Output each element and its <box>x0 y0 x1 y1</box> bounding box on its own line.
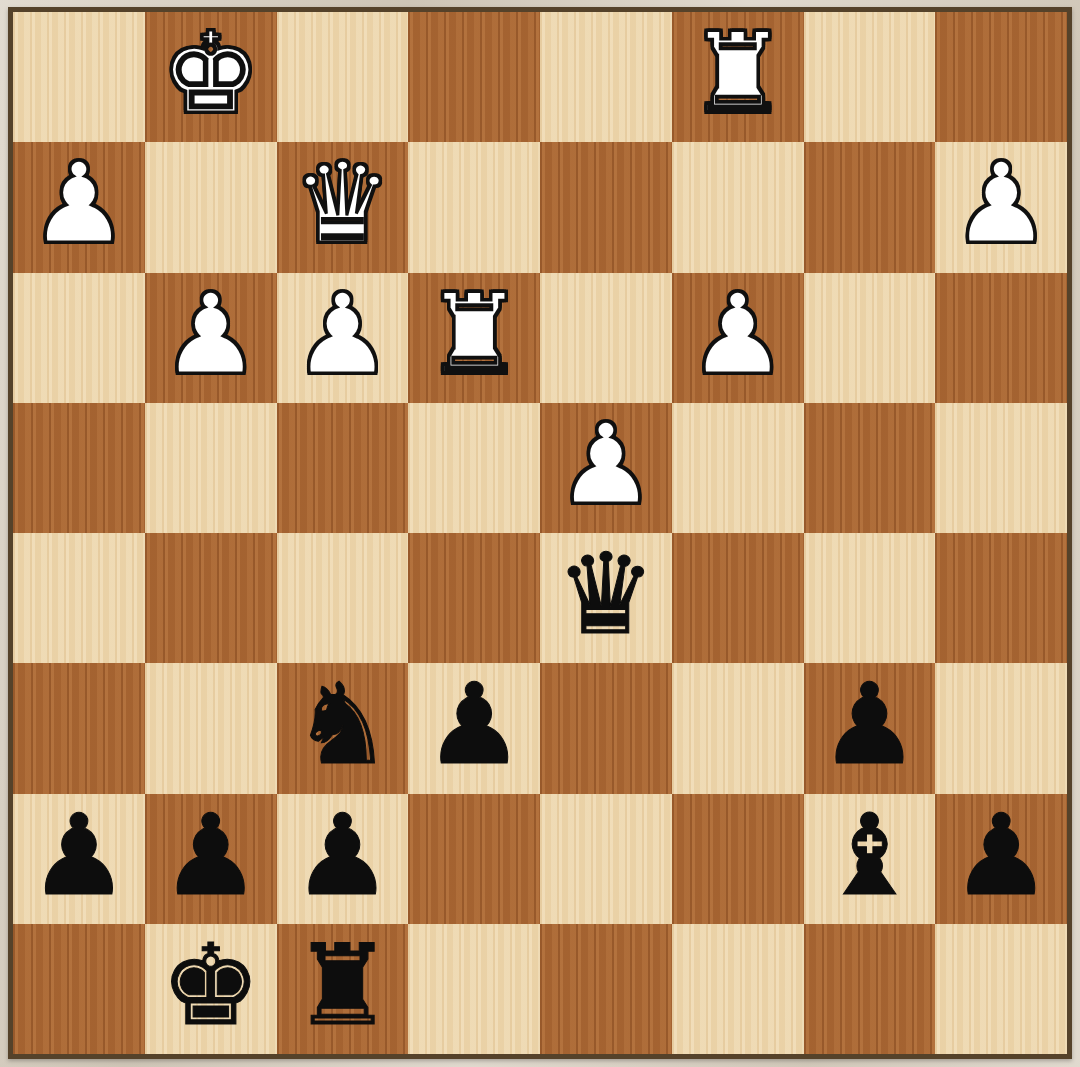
square-e4[interactable]: ♛ <box>540 533 672 663</box>
square-g5[interactable] <box>804 403 936 533</box>
chess-board: ♚♜♟♛♟♟♟♜♟♟♛♞♟♟♟♟♟♝♟♚♜ <box>13 12 1067 1054</box>
square-b5[interactable] <box>145 403 277 533</box>
square-d4[interactable] <box>408 533 540 663</box>
square-c1[interactable]: ♜ <box>277 924 409 1054</box>
square-d7[interactable] <box>408 142 540 272</box>
square-b2[interactable]: ♟ <box>145 794 277 924</box>
square-f5[interactable] <box>672 403 804 533</box>
square-g2[interactable]: ♝ <box>804 794 936 924</box>
square-g1[interactable] <box>804 924 936 1054</box>
black-pawn[interactable]: ♟ <box>819 668 919 780</box>
square-d1[interactable] <box>408 924 540 1054</box>
square-f7[interactable] <box>672 142 804 272</box>
square-h5[interactable] <box>935 403 1067 533</box>
square-d3[interactable]: ♟ <box>408 663 540 793</box>
square-a5[interactable] <box>13 403 145 533</box>
square-a8[interactable] <box>13 12 145 142</box>
square-e8[interactable] <box>540 12 672 142</box>
square-b3[interactable] <box>145 663 277 793</box>
square-h4[interactable] <box>935 533 1067 663</box>
black-pawn[interactable]: ♟ <box>951 799 1051 911</box>
square-c6[interactable]: ♟ <box>277 273 409 403</box>
square-g4[interactable] <box>804 533 936 663</box>
square-c2[interactable]: ♟ <box>277 794 409 924</box>
black-king[interactable]: ♚ <box>160 929 260 1041</box>
square-a3[interactable] <box>13 663 145 793</box>
square-h8[interactable] <box>935 12 1067 142</box>
square-e3[interactable] <box>540 663 672 793</box>
white-queen[interactable]: ♛ <box>292 147 392 259</box>
square-h3[interactable] <box>935 663 1067 793</box>
square-d8[interactable] <box>408 12 540 142</box>
square-a7[interactable]: ♟ <box>13 142 145 272</box>
square-h6[interactable] <box>935 273 1067 403</box>
black-pawn[interactable]: ♟ <box>292 799 392 911</box>
black-pawn[interactable]: ♟ <box>160 799 260 911</box>
square-c5[interactable] <box>277 403 409 533</box>
white-pawn[interactable]: ♟ <box>29 147 129 259</box>
square-d5[interactable] <box>408 403 540 533</box>
black-knight[interactable]: ♞ <box>292 668 392 780</box>
square-g6[interactable] <box>804 273 936 403</box>
black-bishop[interactable]: ♝ <box>819 799 919 911</box>
square-b4[interactable] <box>145 533 277 663</box>
square-g8[interactable] <box>804 12 936 142</box>
square-e7[interactable] <box>540 142 672 272</box>
white-pawn[interactable]: ♟ <box>687 278 787 390</box>
square-e6[interactable] <box>540 273 672 403</box>
chess-board-frame: ♚♜♟♛♟♟♟♜♟♟♛♞♟♟♟♟♟♝♟♚♜ <box>8 7 1072 1059</box>
page-background: { "game": "chess", "position": { "fen": … <box>0 0 1080 1067</box>
black-pawn[interactable]: ♟ <box>29 799 129 911</box>
square-d6[interactable]: ♜ <box>408 273 540 403</box>
square-h1[interactable] <box>935 924 1067 1054</box>
square-g7[interactable] <box>804 142 936 272</box>
white-pawn[interactable]: ♟ <box>160 278 260 390</box>
square-e5[interactable]: ♟ <box>540 403 672 533</box>
square-b7[interactable] <box>145 142 277 272</box>
white-pawn[interactable]: ♟ <box>292 278 392 390</box>
square-e1[interactable] <box>540 924 672 1054</box>
white-pawn[interactable]: ♟ <box>951 147 1051 259</box>
square-b1[interactable]: ♚ <box>145 924 277 1054</box>
square-h7[interactable]: ♟ <box>935 142 1067 272</box>
square-c3[interactable]: ♞ <box>277 663 409 793</box>
square-d2[interactable] <box>408 794 540 924</box>
black-rook[interactable]: ♜ <box>292 929 392 1041</box>
square-c7[interactable]: ♛ <box>277 142 409 272</box>
square-f4[interactable] <box>672 533 804 663</box>
square-a1[interactable] <box>13 924 145 1054</box>
square-h2[interactable]: ♟ <box>935 794 1067 924</box>
black-pawn[interactable]: ♟ <box>424 668 524 780</box>
square-f1[interactable] <box>672 924 804 1054</box>
black-queen[interactable]: ♛ <box>556 538 656 650</box>
square-b6[interactable]: ♟ <box>145 273 277 403</box>
square-e2[interactable] <box>540 794 672 924</box>
white-pawn[interactable]: ♟ <box>556 408 656 520</box>
square-f8[interactable]: ♜ <box>672 12 804 142</box>
square-c8[interactable] <box>277 12 409 142</box>
square-a4[interactable] <box>13 533 145 663</box>
square-f6[interactable]: ♟ <box>672 273 804 403</box>
square-b8[interactable]: ♚ <box>145 12 277 142</box>
square-f2[interactable] <box>672 794 804 924</box>
square-a2[interactable]: ♟ <box>13 794 145 924</box>
square-g3[interactable]: ♟ <box>804 663 936 793</box>
square-c4[interactable] <box>277 533 409 663</box>
square-f3[interactable] <box>672 663 804 793</box>
square-a6[interactable] <box>13 273 145 403</box>
white-rook[interactable]: ♜ <box>424 278 524 390</box>
white-king[interactable]: ♚ <box>160 17 260 129</box>
white-rook[interactable]: ♜ <box>687 17 787 129</box>
